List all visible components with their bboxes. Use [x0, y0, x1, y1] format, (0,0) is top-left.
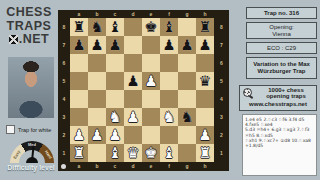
coord-1: 1	[58, 144, 70, 162]
coord-2: 2	[214, 126, 229, 144]
promo-text: 1000+ chess opening traps	[256, 87, 316, 100]
square-b2[interactable]: ♟	[88, 126, 106, 144]
square-e7[interactable]	[142, 36, 160, 54]
eco-box: ECO : C29	[246, 42, 317, 54]
square-f1[interactable]: ♝	[160, 144, 178, 162]
black-pawn-g7[interactable]: ♟	[181, 36, 194, 54]
trap-for-white-label: Trap for white	[18, 127, 51, 133]
coord-h: h	[196, 162, 214, 171]
coord-6: 6	[58, 54, 70, 72]
file-labels-top: abcdefgh	[70, 10, 214, 18]
promo-line2: opening traps	[256, 93, 316, 100]
coord-7: 7	[214, 36, 229, 54]
presenter-photo	[8, 57, 54, 118]
square-h1[interactable]: ♜	[196, 144, 214, 162]
white-pawn-b2[interactable]: ♟	[91, 126, 104, 144]
square-f3[interactable]: ♞	[160, 108, 178, 126]
square-h4[interactable]	[196, 90, 214, 108]
square-d4[interactable]	[124, 90, 142, 108]
variation-box: Variation to the Max Würzburger Trap	[246, 57, 317, 79]
logo-line-chess: CHESS	[0, 6, 58, 20]
square-h5[interactable]: ♛	[196, 72, 214, 90]
move-line-2: 5.d3 ♕h4+ 6.g3 ♘xg3 7.♘f3 ♕h5 8.♘xd5	[245, 127, 314, 137]
coord-d: d	[124, 162, 142, 171]
black-rook-a8[interactable]: ♜	[73, 18, 86, 36]
file-labels-bottom: abcdefgh	[70, 162, 214, 171]
square-e4[interactable]	[142, 90, 160, 108]
square-a2[interactable]: ♟	[70, 126, 88, 144]
trap-for-white-checkbox[interactable]	[6, 125, 15, 134]
coord-1: 1	[214, 144, 229, 162]
coord-3: 3	[58, 108, 70, 126]
difficulty-gauge: Easy Med Hard	[10, 141, 54, 165]
square-a7[interactable]: ♟	[70, 36, 88, 54]
square-d8[interactable]	[124, 18, 142, 36]
rank-labels-left: 87654321	[58, 18, 70, 162]
square-b8[interactable]: ♞	[88, 18, 106, 36]
coord-8: 8	[214, 18, 229, 36]
black-king-e8[interactable]: ♚	[145, 18, 158, 36]
gauge-hub	[26, 157, 38, 163]
white-knight-c3[interactable]: ♞	[109, 108, 122, 126]
black-bishop-c8[interactable]: ♝	[109, 18, 122, 36]
board-corner-tr	[214, 10, 229, 18]
white-queen-d1[interactable]: ♛	[127, 144, 140, 162]
coord-a: a	[70, 162, 88, 171]
square-g5[interactable]	[178, 72, 196, 90]
board-squares: ♜♞♝♚♝♜♟♟♟♟♟♟♟♟♛♞♟♞♞♟♟♟♟♜♝♛♚♝♜	[70, 18, 214, 162]
coord-a: a	[70, 10, 88, 18]
square-d7[interactable]	[124, 36, 142, 54]
white-pawn-c2[interactable]: ♟	[109, 126, 122, 144]
coord-e: e	[142, 10, 160, 18]
white-pawn-d3[interactable]: ♟	[127, 108, 140, 126]
coord-8: 8	[58, 18, 70, 36]
black-pawn-b7[interactable]: ♟	[91, 36, 104, 54]
move-line-4: +1.8/d5	[245, 143, 314, 148]
square-g1[interactable]	[178, 144, 196, 162]
magnifier-icon	[243, 88, 253, 98]
logo-line-net: .NET	[19, 33, 49, 47]
square-e3[interactable]	[142, 108, 160, 126]
coord-7: 7	[58, 36, 70, 54]
square-d1[interactable]: ♛	[124, 144, 142, 162]
black-knight-g3[interactable]: ♞	[181, 108, 194, 126]
square-c4[interactable]	[106, 90, 124, 108]
square-b4[interactable]	[88, 90, 106, 108]
coord-d: d	[124, 10, 142, 18]
white-rook-a1[interactable]: ♜	[73, 144, 86, 162]
trap-number: Trap no. 316	[247, 10, 316, 17]
square-b1[interactable]	[88, 144, 106, 162]
opening-value: Vienna	[247, 31, 316, 38]
trap-for-white-row: Trap for white	[6, 125, 51, 134]
chess-board: abcdefgh 87654321 ♜♞♝♚♝♜♟♟♟♟♟♟♟♟♛♞♟♞♞♟♟♟…	[58, 10, 229, 171]
promo-box: 1000+ chess opening traps www.chesstraps…	[239, 85, 317, 111]
move-list-box: 1.e4 e5 2.♘c3 ♘f6 3.f4 d5 4.fxe5 ♘xe45.d…	[242, 114, 317, 176]
variation-line2: Würzburger Trap	[247, 68, 316, 75]
square-g2[interactable]	[178, 126, 196, 144]
square-f5[interactable]	[160, 72, 178, 90]
square-c1[interactable]: ♝	[106, 144, 124, 162]
board-corner-icon	[61, 164, 66, 169]
square-g7[interactable]: ♟	[178, 36, 196, 54]
white-pawn-e5[interactable]: ♟	[145, 72, 158, 90]
white-king-e1[interactable]: ♚	[145, 144, 158, 162]
square-b7[interactable]: ♟	[88, 36, 106, 54]
square-g4[interactable]	[178, 90, 196, 108]
square-h2[interactable]: ♟	[196, 126, 214, 144]
black-pawn-h7[interactable]: ♟	[199, 36, 212, 54]
coord-5: 5	[58, 72, 70, 90]
square-a6[interactable]	[70, 54, 88, 72]
site-logo: CHESS TRAPS .NET	[0, 6, 58, 47]
trap-number-box: Trap no. 316	[246, 7, 317, 19]
board-corner-tl	[58, 10, 70, 18]
square-d3[interactable]: ♟	[124, 108, 142, 126]
white-bishop-f1[interactable]: ♝	[163, 144, 176, 162]
promo-url[interactable]: www.chesstraps.net	[240, 101, 316, 107]
coord-g: g	[178, 10, 196, 18]
chessboard-x-icon	[9, 35, 18, 44]
square-h3[interactable]	[196, 108, 214, 126]
white-bishop-c1[interactable]: ♝	[109, 144, 122, 162]
white-pawn-h2[interactable]: ♟	[199, 126, 212, 144]
white-knight-f3[interactable]: ♞	[163, 108, 176, 126]
square-g6[interactable]	[178, 54, 196, 72]
square-d5[interactable]: ♟	[124, 72, 142, 90]
square-f8[interactable]: ♝	[160, 18, 178, 36]
eco-code: ECO : C29	[247, 45, 316, 52]
black-pawn-f7[interactable]: ♟	[163, 36, 176, 54]
square-g3[interactable]: ♞	[178, 108, 196, 126]
coord-4: 4	[58, 90, 70, 108]
square-b5[interactable]	[88, 72, 106, 90]
square-c8[interactable]: ♝	[106, 18, 124, 36]
board-corner-br	[214, 162, 229, 171]
opening-label: Opening:	[247, 24, 316, 31]
coord-2: 2	[58, 126, 70, 144]
coord-b: b	[88, 162, 106, 171]
square-c2[interactable]: ♟	[106, 126, 124, 144]
square-a4[interactable]	[70, 90, 88, 108]
square-f7[interactable]: ♟	[160, 36, 178, 54]
black-knight-b8[interactable]: ♞	[91, 18, 104, 36]
square-g8[interactable]	[178, 18, 196, 36]
square-a5[interactable]	[70, 72, 88, 90]
square-c5[interactable]	[106, 72, 124, 90]
square-a8[interactable]: ♜	[70, 18, 88, 36]
difficulty-label: Difficulty level	[0, 164, 62, 171]
square-e6[interactable]	[142, 54, 160, 72]
coord-f: f	[160, 162, 178, 171]
black-pawn-d5[interactable]: ♟	[127, 72, 140, 90]
black-bishop-f8[interactable]: ♝	[163, 18, 176, 36]
rank-labels-right: 87654321	[214, 18, 229, 162]
magnifier-handle	[249, 95, 253, 99]
black-pawn-a7[interactable]: ♟	[73, 36, 86, 54]
black-pawn-c7[interactable]: ♟	[109, 36, 122, 54]
square-e5[interactable]: ♟	[142, 72, 160, 90]
square-e1[interactable]: ♚	[142, 144, 160, 162]
coord-c: c	[106, 162, 124, 171]
coord-b: b	[88, 10, 106, 18]
white-pawn-a2[interactable]: ♟	[73, 126, 86, 144]
logo-line-traps: TRAPS	[0, 20, 58, 34]
variation-line1: Variation to the Max	[247, 61, 316, 68]
square-h8[interactable]: ♜	[196, 18, 214, 36]
coord-g: g	[178, 162, 196, 171]
square-e8[interactable]: ♚	[142, 18, 160, 36]
square-b6[interactable]	[88, 54, 106, 72]
white-rook-h1[interactable]: ♜	[199, 144, 212, 162]
coord-4: 4	[214, 90, 229, 108]
square-d6[interactable]	[124, 54, 142, 72]
square-c7[interactable]: ♟	[106, 36, 124, 54]
coord-e: e	[142, 162, 160, 171]
opening-box: Opening: Vienna	[246, 22, 317, 39]
square-a1[interactable]: ♜	[70, 144, 88, 162]
black-rook-h8[interactable]: ♜	[199, 18, 212, 36]
square-d2[interactable]	[124, 126, 142, 144]
square-c3[interactable]: ♞	[106, 108, 124, 126]
square-b3[interactable]	[88, 108, 106, 126]
square-f4[interactable]	[160, 90, 178, 108]
coord-h: h	[196, 10, 214, 18]
board-corner-bl	[58, 162, 70, 171]
square-h7[interactable]: ♟	[196, 36, 214, 54]
square-h6[interactable]	[196, 54, 214, 72]
square-a3[interactable]	[70, 108, 88, 126]
move-line-1: 1.e4 e5 2.♘c3 ♘f6 3.f4 d5 4.fxe5 ♘xe4	[245, 117, 314, 127]
square-f2[interactable]	[160, 126, 178, 144]
square-c6[interactable]	[106, 54, 124, 72]
coord-6: 6	[214, 54, 229, 72]
coord-f: f	[160, 10, 178, 18]
square-e2[interactable]	[142, 126, 160, 144]
black-queen-h5[interactable]: ♛	[199, 72, 212, 90]
thumbnail-page: CHESS TRAPS .NET Trap for white Easy Med…	[0, 0, 320, 180]
coord-3: 3	[214, 108, 229, 126]
coord-5: 5	[214, 72, 229, 90]
square-f6[interactable]	[160, 54, 178, 72]
coord-c: c	[106, 10, 124, 18]
logo-net-row: .NET	[0, 33, 58, 47]
